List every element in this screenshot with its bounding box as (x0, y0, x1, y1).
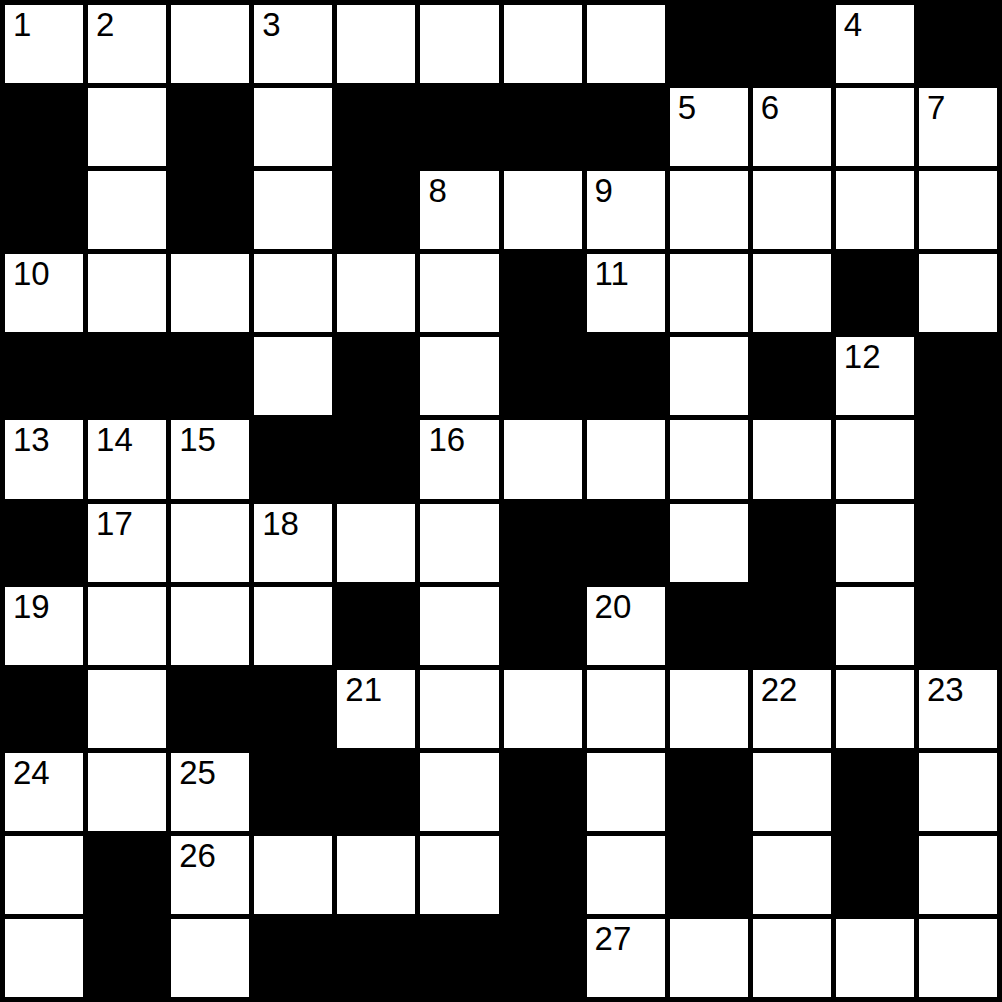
cell-r3c2[interactable] (88, 171, 166, 249)
block-cell-r7c1 (5, 504, 83, 582)
cell-r5c11[interactable]: 12 (836, 337, 914, 415)
cell-r3c7[interactable] (504, 171, 582, 249)
block-cell-r6c12 (919, 420, 997, 498)
clue-number-17: 17 (96, 506, 133, 542)
cell-r3c12[interactable] (919, 171, 997, 249)
block-cell-r1c9 (670, 5, 748, 83)
cell-r9c5[interactable]: 21 (337, 670, 415, 748)
cell-r2c2[interactable] (88, 88, 166, 166)
cell-r12c3[interactable] (171, 919, 249, 997)
clue-number-20: 20 (595, 589, 632, 625)
cell-r12c12[interactable] (919, 919, 997, 997)
block-cell-r5c10 (753, 337, 831, 415)
cell-r9c9[interactable] (670, 670, 748, 748)
block-cell-r11c9 (670, 836, 748, 914)
cell-r8c2[interactable] (88, 587, 166, 665)
block-cell-r12c6 (420, 919, 498, 997)
clue-number-12: 12 (844, 339, 881, 375)
clue-number-3: 3 (262, 7, 280, 43)
cell-r11c8[interactable] (587, 836, 665, 914)
cell-r11c3[interactable]: 26 (171, 836, 249, 914)
cell-r6c10[interactable] (753, 420, 831, 498)
block-cell-r12c4 (254, 919, 332, 997)
block-cell-r10c4 (254, 753, 332, 831)
cell-r8c11[interactable] (836, 587, 914, 665)
block-cell-r10c9 (670, 753, 748, 831)
cell-r1c7[interactable] (504, 5, 582, 83)
cell-r7c6[interactable] (420, 504, 498, 582)
block-cell-r1c12 (919, 5, 997, 83)
cell-r6c7[interactable] (504, 420, 582, 498)
cell-r2c12[interactable]: 7 (919, 88, 997, 166)
cell-r10c10[interactable] (753, 753, 831, 831)
block-cell-r9c1 (5, 670, 83, 748)
clue-number-9: 9 (595, 173, 613, 209)
block-cell-r10c5 (337, 753, 415, 831)
cell-r1c3[interactable] (171, 5, 249, 83)
cell-r9c8[interactable] (587, 670, 665, 748)
cell-r7c2[interactable]: 17 (88, 504, 166, 582)
block-cell-r10c11 (836, 753, 914, 831)
cell-r12c10[interactable] (753, 919, 831, 997)
cell-r1c4[interactable]: 3 (254, 5, 332, 83)
cell-r6c6[interactable]: 16 (420, 420, 498, 498)
block-cell-r11c2 (88, 836, 166, 914)
cell-r7c11[interactable] (836, 504, 914, 582)
block-cell-r9c3 (171, 670, 249, 748)
block-cell-r12c7 (504, 919, 582, 997)
cell-r9c7[interactable] (504, 670, 582, 748)
cell-r4c9[interactable] (670, 254, 748, 332)
cell-r4c5[interactable] (337, 254, 415, 332)
cell-r1c1[interactable]: 1 (5, 5, 83, 83)
cell-r11c5[interactable] (337, 836, 415, 914)
cell-r11c10[interactable] (753, 836, 831, 914)
clue-number-4: 4 (844, 7, 862, 43)
cell-r6c11[interactable] (836, 420, 914, 498)
block-cell-r5c3 (171, 337, 249, 415)
block-cell-r7c12 (919, 504, 997, 582)
cell-r2c11[interactable] (836, 88, 914, 166)
block-cell-r7c10 (753, 504, 831, 582)
cell-r4c10[interactable] (753, 254, 831, 332)
block-cell-r11c11 (836, 836, 914, 914)
clue-number-25: 25 (179, 755, 216, 791)
block-cell-r12c5 (337, 919, 415, 997)
clue-number-7: 7 (927, 90, 945, 126)
clue-number-16: 16 (428, 422, 465, 458)
block-cell-r5c7 (504, 337, 582, 415)
block-cell-r5c1 (5, 337, 83, 415)
clue-number-27: 27 (595, 921, 632, 957)
cell-r8c4[interactable] (254, 587, 332, 665)
cell-r5c4[interactable] (254, 337, 332, 415)
block-cell-r8c12 (919, 587, 997, 665)
cell-r11c4[interactable] (254, 836, 332, 914)
cell-r6c3[interactable]: 15 (171, 420, 249, 498)
clue-number-13: 13 (13, 422, 50, 458)
cell-r9c2[interactable] (88, 670, 166, 748)
cell-r9c12[interactable]: 23 (919, 670, 997, 748)
cell-r9c11[interactable] (836, 670, 914, 748)
cell-r10c1[interactable]: 24 (5, 753, 83, 831)
cell-r11c12[interactable] (919, 836, 997, 914)
block-cell-r5c5 (337, 337, 415, 415)
cell-r2c9[interactable]: 5 (670, 88, 748, 166)
block-cell-r10c7 (504, 753, 582, 831)
cell-r7c5[interactable] (337, 504, 415, 582)
clue-number-26: 26 (179, 838, 216, 874)
clue-number-2: 2 (96, 7, 114, 43)
block-cell-r3c5 (337, 171, 415, 249)
cell-r5c6[interactable] (420, 337, 498, 415)
cell-r7c3[interactable] (171, 504, 249, 582)
cell-r3c8[interactable]: 9 (587, 171, 665, 249)
cell-r8c8[interactable]: 20 (587, 587, 665, 665)
cell-r6c2[interactable]: 14 (88, 420, 166, 498)
cell-r7c4[interactable]: 18 (254, 504, 332, 582)
cell-r1c2[interactable]: 2 (88, 5, 166, 83)
cell-r6c8[interactable] (587, 420, 665, 498)
block-cell-r2c5 (337, 88, 415, 166)
crossword-grid: 1234567891011121314151617181920212223242… (0, 0, 1002, 1002)
clue-number-18: 18 (262, 506, 299, 542)
cell-r5c9[interactable] (670, 337, 748, 415)
cell-r12c11[interactable] (836, 919, 914, 997)
block-cell-r7c7 (504, 504, 582, 582)
cell-r4c4[interactable] (254, 254, 332, 332)
clue-number-23: 23 (927, 672, 964, 708)
cell-r1c8[interactable] (587, 5, 665, 83)
cell-r9c10[interactable]: 22 (753, 670, 831, 748)
cell-r9c6[interactable] (420, 670, 498, 748)
block-cell-r8c5 (337, 587, 415, 665)
cell-r3c6[interactable]: 8 (420, 171, 498, 249)
block-cell-r6c4 (254, 420, 332, 498)
cell-r10c12[interactable] (919, 753, 997, 831)
block-cell-r9c4 (254, 670, 332, 748)
clue-number-24: 24 (13, 755, 50, 791)
clue-number-10: 10 (13, 256, 50, 292)
cell-r1c6[interactable] (420, 5, 498, 83)
cell-r4c6[interactable] (420, 254, 498, 332)
clue-number-11: 11 (595, 256, 629, 292)
clue-number-19: 19 (13, 589, 50, 625)
cell-r3c4[interactable] (254, 171, 332, 249)
block-cell-r3c1 (5, 171, 83, 249)
block-cell-r2c6 (420, 88, 498, 166)
cell-r1c11[interactable]: 4 (836, 5, 914, 83)
block-cell-r3c3 (171, 171, 249, 249)
cell-r8c1[interactable]: 19 (5, 587, 83, 665)
cell-r12c1[interactable] (5, 919, 83, 997)
clue-number-15: 15 (179, 422, 216, 458)
block-cell-r8c7 (504, 587, 582, 665)
cell-r2c10[interactable]: 6 (753, 88, 831, 166)
cell-r11c6[interactable] (420, 836, 498, 914)
cell-r6c9[interactable] (670, 420, 748, 498)
block-cell-r11c7 (504, 836, 582, 914)
block-cell-r8c9 (670, 587, 748, 665)
cell-r12c9[interactable] (670, 919, 748, 997)
clue-number-5: 5 (678, 90, 696, 126)
block-cell-r5c2 (88, 337, 166, 415)
block-cell-r4c7 (504, 254, 582, 332)
cell-r4c12[interactable] (919, 254, 997, 332)
block-cell-r8c10 (753, 587, 831, 665)
block-cell-r2c8 (587, 88, 665, 166)
cell-r6c1[interactable]: 13 (5, 420, 83, 498)
cell-r8c3[interactable] (171, 587, 249, 665)
block-cell-r2c1 (5, 88, 83, 166)
block-cell-r6c5 (337, 420, 415, 498)
clue-number-22: 22 (761, 672, 798, 708)
cell-r11c1[interactable] (5, 836, 83, 914)
cell-r12c8[interactable]: 27 (587, 919, 665, 997)
cell-r7c9[interactable] (670, 504, 748, 582)
cell-r10c2[interactable] (88, 753, 166, 831)
cell-r1c5[interactable] (337, 5, 415, 83)
cell-r4c3[interactable] (171, 254, 249, 332)
cell-r3c10[interactable] (753, 171, 831, 249)
clue-number-8: 8 (428, 173, 446, 209)
cell-r2c4[interactable] (254, 88, 332, 166)
clue-number-14: 14 (96, 422, 133, 458)
cell-r3c11[interactable] (836, 171, 914, 249)
cell-r3c9[interactable] (670, 171, 748, 249)
block-cell-r4c11 (836, 254, 914, 332)
cell-r4c1[interactable]: 10 (5, 254, 83, 332)
cell-r10c3[interactable]: 25 (171, 753, 249, 831)
block-cell-r2c3 (171, 88, 249, 166)
cell-r8c6[interactable] (420, 587, 498, 665)
clue-number-6: 6 (761, 90, 779, 126)
block-cell-r5c8 (587, 337, 665, 415)
block-cell-r1c10 (753, 5, 831, 83)
cell-r4c8[interactable]: 11 (587, 254, 665, 332)
block-cell-r7c8 (587, 504, 665, 582)
block-cell-r5c12 (919, 337, 997, 415)
clue-number-21: 21 (345, 672, 382, 708)
clue-number-1: 1 (13, 7, 31, 43)
cell-r10c8[interactable] (587, 753, 665, 831)
cell-r4c2[interactable] (88, 254, 166, 332)
block-cell-r2c7 (504, 88, 582, 166)
cell-r10c6[interactable] (420, 753, 498, 831)
block-cell-r12c2 (88, 919, 166, 997)
